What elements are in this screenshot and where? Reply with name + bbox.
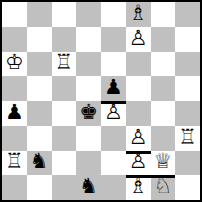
square-d1[interactable]: ♞: [76, 175, 101, 200]
white-pawn: ♙: [129, 28, 148, 49]
square-g7[interactable]: [151, 27, 176, 52]
square-a7[interactable]: [2, 27, 27, 52]
chess-board: ♗♙♔♖♟♟♚♙♙♖♖♞♙♕♞♗♘: [0, 0, 202, 202]
square-g2[interactable]: ♕: [151, 151, 176, 176]
square-f6[interactable]: [126, 52, 151, 77]
square-d7[interactable]: [76, 27, 101, 52]
square-f2[interactable]: ♙: [126, 151, 151, 176]
square-e2[interactable]: [101, 151, 126, 176]
square-e3[interactable]: [101, 126, 126, 151]
white-bishop: ♗: [129, 176, 148, 197]
square-a1[interactable]: [2, 175, 27, 200]
white-pawn: ♙: [129, 151, 148, 172]
square-c8[interactable]: [52, 2, 77, 27]
square-b2[interactable]: ♞: [27, 151, 52, 176]
square-c3[interactable]: [52, 126, 77, 151]
square-a3[interactable]: [2, 126, 27, 151]
square-d6[interactable]: [76, 52, 101, 77]
square-a2[interactable]: ♖: [2, 151, 27, 176]
square-b3[interactable]: [27, 126, 52, 151]
square-a4[interactable]: ♟: [2, 101, 27, 126]
black-king: ♚: [79, 102, 98, 123]
square-h4[interactable]: [175, 101, 200, 126]
square-g3[interactable]: [151, 126, 176, 151]
white-rook: ♖: [178, 127, 197, 148]
square-d3[interactable]: [76, 126, 101, 151]
square-f5[interactable]: [126, 76, 151, 101]
square-e5[interactable]: ♟: [101, 76, 126, 101]
square-b7[interactable]: [27, 27, 52, 52]
square-c2[interactable]: [52, 151, 77, 176]
square-c6[interactable]: ♖: [52, 52, 77, 77]
white-rook: ♖: [5, 151, 24, 172]
square-f7[interactable]: ♙: [126, 27, 151, 52]
square-b4[interactable]: [27, 101, 52, 126]
square-h8[interactable]: [175, 2, 200, 27]
white-pawn: ♙: [104, 102, 123, 123]
square-h2[interactable]: [175, 151, 200, 176]
square-a5[interactable]: [2, 76, 27, 101]
square-e8[interactable]: [101, 2, 126, 27]
black-knight: ♞: [79, 176, 98, 197]
black-pawn: ♟: [5, 102, 24, 123]
square-f8[interactable]: ♗: [126, 2, 151, 27]
square-h3[interactable]: ♖: [175, 126, 200, 151]
square-g5[interactable]: [151, 76, 176, 101]
square-b5[interactable]: [27, 76, 52, 101]
square-f3[interactable]: ♙: [126, 126, 151, 151]
white-queen: ♕: [153, 151, 172, 172]
white-bishop: ♗: [129, 3, 148, 24]
square-g8[interactable]: [151, 2, 176, 27]
square-f4[interactable]: [126, 101, 151, 126]
square-c7[interactable]: [52, 27, 77, 52]
square-a6[interactable]: ♔: [2, 52, 27, 77]
white-pawn: ♙: [129, 127, 148, 148]
square-c5[interactable]: [52, 76, 77, 101]
square-e4[interactable]: ♙: [101, 101, 126, 126]
square-b6[interactable]: [27, 52, 52, 77]
square-b8[interactable]: [27, 2, 52, 27]
black-knight: ♞: [30, 151, 49, 172]
square-d5[interactable]: [76, 76, 101, 101]
square-g1[interactable]: ♘: [151, 175, 176, 200]
black-pawn: ♟: [104, 77, 123, 98]
square-a8[interactable]: [2, 2, 27, 27]
white-rook: ♖: [54, 52, 73, 73]
white-king: ♔: [5, 52, 24, 73]
square-e6[interactable]: [101, 52, 126, 77]
square-b1[interactable]: [27, 175, 52, 200]
square-c1[interactable]: [52, 175, 77, 200]
square-c4[interactable]: [52, 101, 77, 126]
square-h1[interactable]: [175, 175, 200, 200]
square-h6[interactable]: [175, 52, 200, 77]
square-g6[interactable]: [151, 52, 176, 77]
white-knight: ♘: [153, 176, 172, 197]
square-d8[interactable]: [76, 2, 101, 27]
square-h5[interactable]: [175, 76, 200, 101]
square-e7[interactable]: [101, 27, 126, 52]
square-h7[interactable]: [175, 27, 200, 52]
square-g4[interactable]: [151, 101, 176, 126]
square-e1[interactable]: [101, 175, 126, 200]
square-d2[interactable]: [76, 151, 101, 176]
square-d4[interactable]: ♚: [76, 101, 101, 126]
square-f1[interactable]: ♗: [126, 175, 151, 200]
